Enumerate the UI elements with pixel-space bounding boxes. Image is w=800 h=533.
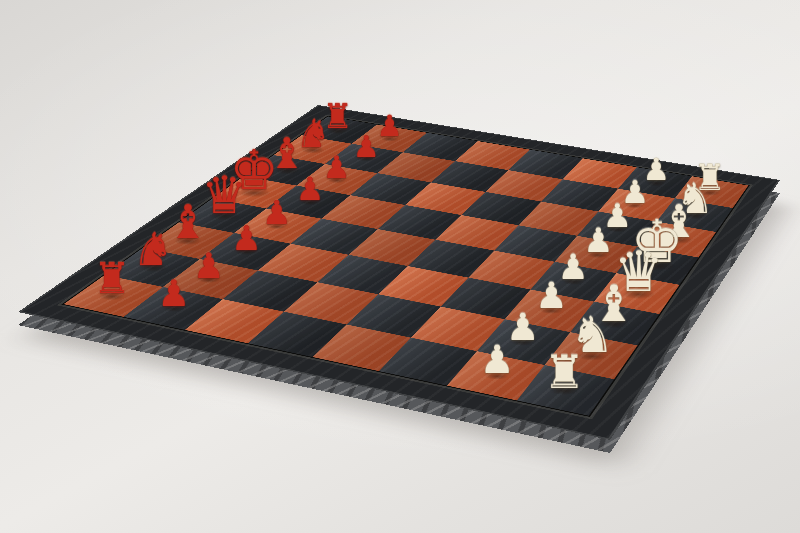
piece-red-pawn-e7[interactable]: ♟ bbox=[296, 174, 325, 206]
piece-red-pawn-f7[interactable]: ♟ bbox=[323, 152, 351, 183]
piece-red-pawn-g7[interactable]: ♟ bbox=[353, 132, 380, 162]
pieces-layer: ♜♞♝♛♚♝♞♜♟♟♟♟♟♟♟♟♟♟♟♟♟♟♟♟♜♞♝♛♚♝♞♜ bbox=[0, 0, 800, 533]
piece-red-pawn-d7[interactable]: ♟ bbox=[262, 197, 292, 230]
piece-ivory-rook-a1[interactable]: ♜ bbox=[543, 349, 584, 395]
piece-red-pawn-b7[interactable]: ♟ bbox=[193, 248, 225, 283]
piece-red-pawn-a7[interactable]: ♟ bbox=[157, 276, 190, 312]
piece-ivory-pawn-c2[interactable]: ♟ bbox=[535, 279, 567, 315]
piece-red-pawn-h7[interactable]: ♟ bbox=[377, 112, 403, 141]
piece-red-pawn-c7[interactable]: ♟ bbox=[231, 221, 261, 255]
piece-red-knight-b8[interactable]: ♞ bbox=[133, 227, 174, 273]
piece-ivory-pawn-a2[interactable]: ♟ bbox=[480, 341, 515, 380]
piece-red-rook-a8[interactable]: ♜ bbox=[93, 258, 131, 300]
photo-background: ♜♞♝♛♚♝♞♜♟♟♟♟♟♟♟♟♟♟♟♟♟♟♟♟♜♞♝♛♚♝♞♜ bbox=[0, 0, 800, 533]
